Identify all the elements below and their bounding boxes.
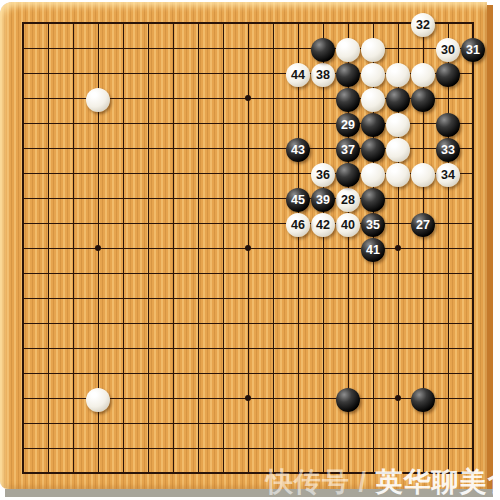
stone-white [86,388,110,412]
board-point: 40 [336,213,361,238]
stone-black [361,113,385,137]
page: { "game": "Go (weiqi) 19x19 diagram — mo… [0,0,500,500]
board-point: 36 [311,163,336,188]
board-point [386,88,411,113]
stone-black [386,88,410,112]
board-point [386,163,411,188]
board-point: 35 [361,213,386,238]
board-point: 34 [436,163,461,188]
stone-black-41: 41 [361,238,385,262]
board-point [86,388,111,413]
stone-black [411,88,435,112]
stone-white [361,88,385,112]
board-point [336,388,361,413]
stone-white [386,63,410,87]
board-point [411,388,436,413]
stone-black-45: 45 [286,188,310,212]
stone-white-40: 40 [336,213,360,237]
board-point: 31 [461,38,486,63]
board-point: 28 [336,188,361,213]
board-point [386,63,411,88]
stone-white-30: 30 [436,38,460,62]
stone-black [436,113,460,137]
stone-white-42: 42 [311,213,335,237]
board-point [311,38,336,63]
stone-white [386,138,410,162]
stone-white [386,163,410,187]
board-point [361,88,386,113]
stone-white-38: 38 [311,63,335,87]
board-point: 41 [361,238,386,263]
stone-white [361,163,385,187]
stone-white-34: 34 [436,163,460,187]
board-point [411,88,436,113]
board-point [361,138,386,163]
board-point: 29 [336,113,361,138]
stone-white-28: 28 [336,188,360,212]
board-point [436,113,461,138]
board-point: 46 [286,213,311,238]
board-point [411,63,436,88]
go-board: 2728293031323334353637383940414243444546 [0,2,487,489]
stones-grid: 2728293031323334353637383940414243444546 [11,13,486,488]
board-point: 43 [286,138,311,163]
stone-white [386,113,410,137]
stone-black-27: 27 [411,213,435,237]
board-point [386,138,411,163]
board-point [361,113,386,138]
board-point: 38 [311,63,336,88]
stone-black-33: 33 [436,138,460,162]
board-point [336,63,361,88]
stone-black-29: 29 [336,113,360,137]
stone-black-31: 31 [461,38,485,62]
board-point [411,163,436,188]
stone-white [361,63,385,87]
stone-white [361,38,385,62]
board-point: 44 [286,63,311,88]
stone-black-37: 37 [336,138,360,162]
stone-white-36: 36 [311,163,335,187]
stone-black-39: 39 [311,188,335,212]
stone-black [336,388,360,412]
board-point: 42 [311,213,336,238]
stone-black-43: 43 [286,138,310,162]
board-point: 33 [436,138,461,163]
stone-white-44: 44 [286,63,310,87]
board-point [361,188,386,213]
stone-black [361,138,385,162]
board-point [361,63,386,88]
board-right-edge [487,5,493,489]
board-point [361,38,386,63]
board-point [361,163,386,188]
watermark-channel: 英华聊美食 [376,467,500,497]
stone-black [336,63,360,87]
board-point [86,88,111,113]
board-point: 27 [411,213,436,238]
stone-black [336,88,360,112]
board-point [386,113,411,138]
stone-white [86,88,110,112]
board-point [336,163,361,188]
board-point: 39 [311,188,336,213]
stone-black-35: 35 [361,213,385,237]
stone-black [311,38,335,62]
stone-white-46: 46 [286,213,310,237]
board-point [436,63,461,88]
stone-white [411,63,435,87]
stone-white-32: 32 [411,13,435,37]
board-point: 37 [336,138,361,163]
stone-white [411,163,435,187]
stone-black [411,388,435,412]
watermark-source: 快传号 / [266,467,376,497]
stone-black [336,163,360,187]
watermark: 快传号 / 英华聊美食 [266,464,500,500]
board-point [336,38,361,63]
board-point [336,88,361,113]
stone-white [336,38,360,62]
board-point: 30 [436,38,461,63]
stone-black [361,188,385,212]
board-point: 32 [411,13,436,38]
stone-black [436,63,460,87]
board-point: 45 [286,188,311,213]
